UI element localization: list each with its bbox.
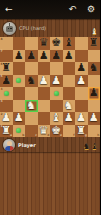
player-name: Player <box>18 142 36 148</box>
piece-black-rook[interactable]: ♜ <box>88 37 101 50</box>
square-h6[interactable]: ♞ <box>88 62 101 75</box>
rank-label-7: 7 <box>1 50 3 53</box>
piece-white-pawn[interactable]: ♟ <box>63 112 76 125</box>
piece-white-pawn[interactable]: ♟ <box>88 112 101 125</box>
square-h2[interactable]: ♟ <box>88 112 101 125</box>
square-b1[interactable]: b <box>13 125 26 138</box>
square-b5[interactable] <box>13 75 26 88</box>
person-icon-body <box>5 146 14 151</box>
legal-move-dot-a4[interactable] <box>4 91 9 96</box>
square-a7[interactable]: 7 <box>0 50 13 63</box>
square-h5[interactable] <box>88 75 101 88</box>
piece-white-pawn[interactable]: ♟ <box>38 75 51 88</box>
square-a5[interactable]: 5♟ <box>0 75 13 88</box>
square-a1[interactable]: 1a♜ <box>0 125 13 138</box>
square-b7[interactable]: ♟ <box>13 50 26 63</box>
square-b2[interactable]: ♟ <box>13 112 26 125</box>
square-h3[interactable] <box>88 100 101 113</box>
piece-black-pawn[interactable]: ♟ <box>63 50 76 63</box>
piece-black-pawn[interactable]: ♟ <box>75 62 88 75</box>
piece-white-knight[interactable]: ♞ <box>63 100 76 113</box>
piece-white-pawn[interactable]: ♟ <box>13 112 26 125</box>
robot-face-icon <box>6 26 13 32</box>
square-a4[interactable]: 4 <box>0 87 13 100</box>
square-c8[interactable] <box>25 37 38 50</box>
square-d6[interactable] <box>38 62 51 75</box>
square-e3[interactable] <box>50 100 63 113</box>
square-g6[interactable]: ♟ <box>75 62 88 75</box>
opponent-name: CPU (hard) <box>19 25 46 31</box>
rank-label-6: 6 <box>1 63 3 66</box>
top-bar: ← ↶ ⚙ <box>0 0 100 19</box>
square-h1[interactable]: h <box>88 125 101 138</box>
square-d7[interactable]: ♟ <box>38 50 51 63</box>
person-icon <box>7 141 12 146</box>
cpu-avatar <box>3 22 16 35</box>
square-f3[interactable]: ♞ <box>63 100 76 113</box>
square-d5[interactable]: ♟ <box>38 75 51 88</box>
square-h7[interactable] <box>88 50 101 63</box>
rank-label-1: 1 <box>1 125 3 128</box>
square-f4[interactable] <box>63 87 76 100</box>
piece-white-king[interactable]: ♚ <box>50 125 63 138</box>
piece-black-pawn[interactable]: ♟ <box>50 50 63 63</box>
piece-black-pawn[interactable]: ♟ <box>25 50 38 63</box>
square-e4[interactable] <box>50 87 63 100</box>
opponent-captured-pieces: ♝ <box>91 27 98 37</box>
piece-black-pawn[interactable]: ♟ <box>13 50 26 63</box>
rank-label-2: 2 <box>1 113 3 116</box>
square-h4[interactable]: ♟ <box>88 87 101 100</box>
piece-white-queen[interactable]: ♛ <box>38 125 51 138</box>
undo-icon[interactable]: ↶ <box>68 0 76 19</box>
piece-black-queen[interactable]: ♛ <box>38 37 51 50</box>
legal-move-dot-b5[interactable] <box>16 78 21 83</box>
square-f2[interactable]: ♟ <box>63 112 76 125</box>
piece-black-pawn[interactable]: ♟ <box>88 87 101 100</box>
player-bar: Player ♞♝ <box>0 137 100 152</box>
player-avatar <box>3 139 15 151</box>
square-e5[interactable]: ♟ <box>50 75 63 88</box>
piece-white-bishop[interactable]: ♝ <box>50 112 63 125</box>
piece-black-king[interactable]: ♚ <box>50 37 63 50</box>
piece-black-pawn[interactable]: ♟ <box>38 50 51 63</box>
square-f5[interactable] <box>63 75 76 88</box>
piece-black-knight[interactable]: ♞ <box>25 75 38 88</box>
rank-label-8: 8 <box>1 38 3 41</box>
legal-move-dot-e4[interactable] <box>54 91 59 96</box>
square-e7[interactable]: ♟ <box>50 50 63 63</box>
square-g2[interactable]: ♟ <box>75 112 88 125</box>
captured-black-bishop-icon: ♝ <box>91 142 98 152</box>
settings-gear-icon[interactable]: ⚙ <box>87 0 95 19</box>
square-h8[interactable]: ♜ <box>88 37 101 50</box>
square-e6[interactable] <box>50 62 63 75</box>
square-g1[interactable]: g♜ <box>75 125 88 138</box>
square-c7[interactable]: ♟ <box>25 50 38 63</box>
square-f8[interactable]: ♝ <box>63 37 76 50</box>
square-e8[interactable]: ♚ <box>50 37 63 50</box>
piece-white-pawn[interactable]: ♟ <box>75 112 88 125</box>
piece-black-knight[interactable]: ♞ <box>88 62 101 75</box>
square-c2[interactable] <box>25 112 38 125</box>
app-screen: ← ↶ ⚙ CPU (hard) ♝ 8♛♚♝♜7♟♟♟♟♟6♜♟♞5♟♞♟♟♟… <box>0 0 100 215</box>
chess-board[interactable]: 8♛♚♝♜7♟♟♟♟♟6♜♟♞5♟♞♟♟♟4♟3♞♞2♟♟♝♟♟♟1a♜bcd♛… <box>0 37 100 137</box>
piece-white-rook[interactable]: ♜ <box>75 125 88 138</box>
captured-white-bishop-icon: ♝ <box>91 27 98 37</box>
square-a3[interactable]: 3 <box>0 100 13 113</box>
square-c4[interactable] <box>25 87 38 100</box>
square-a8[interactable]: 8 <box>0 37 13 50</box>
rank-label-5: 5 <box>1 75 3 78</box>
square-d1[interactable]: d♛ <box>38 125 51 138</box>
square-e2[interactable]: ♝ <box>50 112 63 125</box>
opponent-bar: CPU (hard) ♝ <box>0 19 100 37</box>
square-e1[interactable]: e♚ <box>50 125 63 138</box>
piece-black-bishop[interactable]: ♝ <box>63 37 76 50</box>
piece-black-pawn[interactable]: ♟ <box>0 75 13 88</box>
square-c3[interactable]: ♞ <box>25 100 38 113</box>
square-d8[interactable]: ♛ <box>38 37 51 50</box>
square-g3[interactable] <box>75 100 88 113</box>
square-c1[interactable]: c <box>25 125 38 138</box>
square-f1[interactable]: f <box>63 125 76 138</box>
square-g7[interactable] <box>75 50 88 63</box>
square-d4[interactable] <box>38 87 51 100</box>
piece-white-pawn[interactable]: ♟ <box>50 75 63 88</box>
square-g5[interactable]: ♟ <box>75 75 88 88</box>
square-f6[interactable] <box>63 62 76 75</box>
piece-white-pawn[interactable]: ♟ <box>0 112 13 125</box>
piece-white-pawn[interactable]: ♟ <box>75 75 88 88</box>
square-b6[interactable] <box>13 62 26 75</box>
square-d3[interactable] <box>38 100 51 113</box>
player-captured-pieces: ♞♝ <box>83 142 98 152</box>
square-g4[interactable] <box>75 87 88 100</box>
square-c6[interactable] <box>25 62 38 75</box>
back-icon[interactable]: ← <box>5 0 13 19</box>
legal-move-dot-b1[interactable] <box>16 128 21 133</box>
square-a2[interactable]: 2♟ <box>0 112 13 125</box>
square-d2[interactable] <box>38 112 51 125</box>
piece-black-rook[interactable]: ♜ <box>0 62 13 75</box>
rank-label-3: 3 <box>1 100 3 103</box>
captured-black-knight-icon: ♞ <box>83 142 90 152</box>
square-f7[interactable]: ♟ <box>63 50 76 63</box>
square-c5[interactable]: ♞ <box>25 75 38 88</box>
square-a6[interactable]: 6♜ <box>0 62 13 75</box>
piece-white-knight[interactable]: ♞ <box>25 100 38 113</box>
piece-white-rook[interactable]: ♜ <box>0 125 13 138</box>
rank-label-4: 4 <box>1 88 3 91</box>
square-g8[interactable] <box>75 37 88 50</box>
square-b3[interactable] <box>13 100 26 113</box>
square-b8[interactable] <box>13 37 26 50</box>
square-b4[interactable] <box>13 87 26 100</box>
